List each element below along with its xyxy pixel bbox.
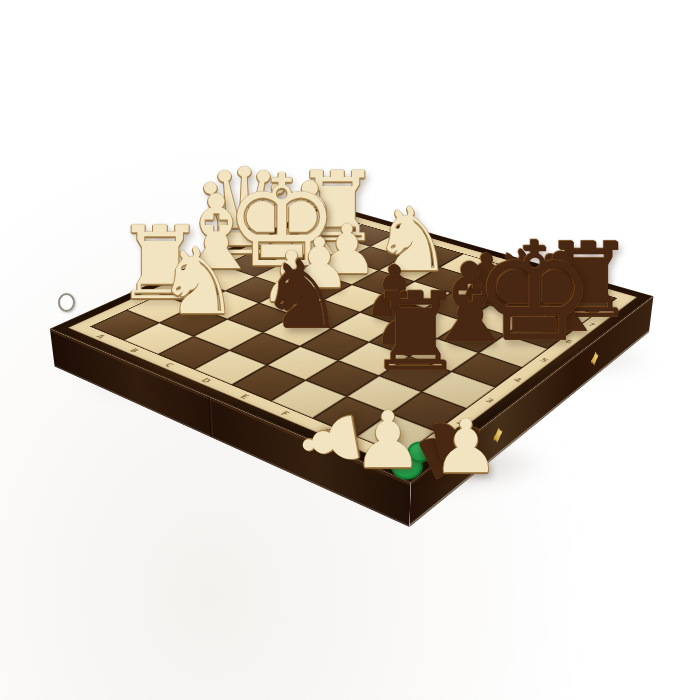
board-square-h4 bbox=[452, 353, 522, 387]
board-square-h2 bbox=[391, 392, 466, 431]
board-square-h3 bbox=[422, 372, 494, 408]
brass-ornament-icon bbox=[590, 349, 599, 369]
board-square-f4 bbox=[370, 325, 437, 356]
board-square-b1 bbox=[124, 323, 192, 354]
board-square-f1 bbox=[272, 381, 346, 418]
product-photo-stage: { "scene": { "description": "Overhead-an… bbox=[0, 0, 700, 700]
rank-label-6: 6 bbox=[550, 331, 587, 353]
board-square-d1 bbox=[195, 351, 266, 385]
clasp-ring-icon bbox=[58, 293, 75, 312]
brass-ornament-icon bbox=[493, 424, 503, 446]
file-label-C: C bbox=[146, 355, 193, 376]
board-square-f3 bbox=[339, 343, 408, 376]
file-label-D: D bbox=[182, 370, 231, 392]
board-square-f5 bbox=[399, 309, 464, 338]
board-square-e1 bbox=[232, 365, 305, 400]
chess-board-top: ABCDEFGH 87654321 bbox=[50, 204, 653, 483]
board-square-g3 bbox=[380, 357, 451, 392]
board-square-g2 bbox=[348, 376, 421, 413]
board-3d-scene: ABCDEFGH 87654321 bbox=[0, 0, 700, 700]
board-square-h5 bbox=[480, 335, 548, 367]
board-square-a1 bbox=[91, 310, 158, 340]
board-square-h1 bbox=[357, 414, 434, 455]
board-square-c1 bbox=[159, 337, 229, 369]
board-square-e4 bbox=[331, 312, 397, 342]
board-square-g4 bbox=[410, 339, 478, 372]
board-square-g1 bbox=[314, 397, 390, 436]
board-square-d2 bbox=[230, 333, 299, 365]
board-square-e2 bbox=[267, 347, 337, 380]
board-square-h6 bbox=[506, 318, 572, 348]
side-fold-seam bbox=[209, 396, 214, 438]
board-square-g5 bbox=[438, 322, 504, 353]
board-square-c2 bbox=[194, 319, 262, 349]
chess-board-box: ABCDEFGH 87654321 bbox=[50, 204, 653, 483]
board-square-e3 bbox=[300, 329, 368, 360]
board-square-f2 bbox=[307, 361, 379, 396]
rank-label-7: 7 bbox=[574, 315, 609, 336]
board-square-d3 bbox=[263, 316, 330, 346]
